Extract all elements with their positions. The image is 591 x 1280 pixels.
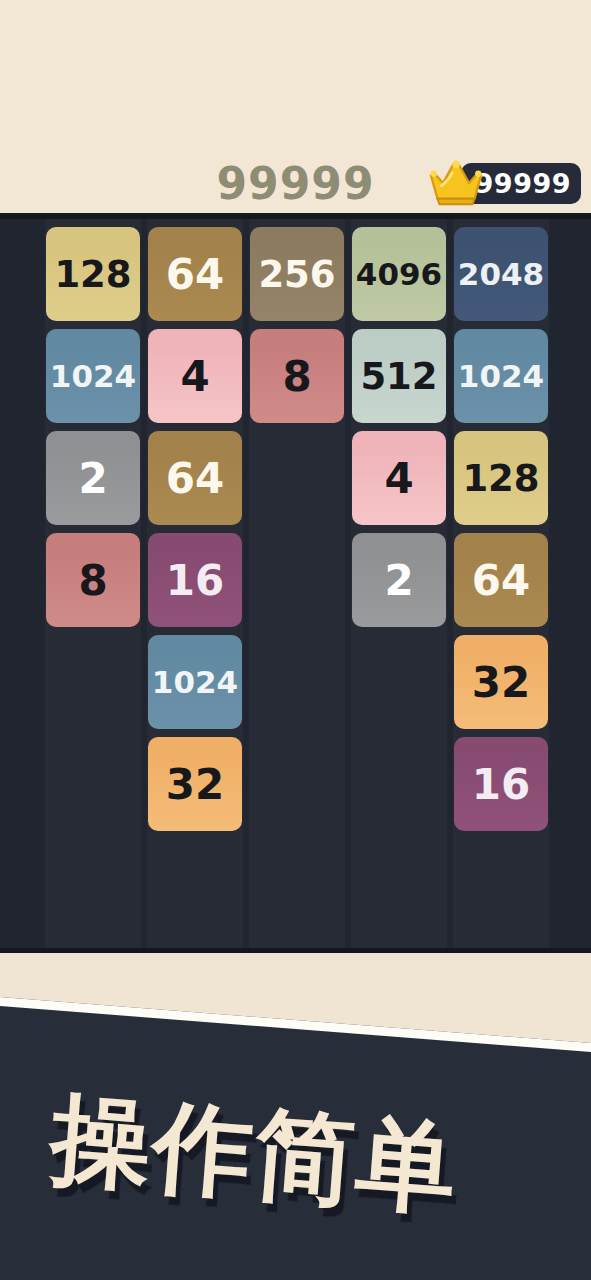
tile-128: 128 [46, 227, 140, 321]
tile-32: 32 [454, 635, 548, 729]
tile-1024: 1024 [46, 329, 140, 423]
tile-2: 2 [46, 431, 140, 525]
game-screen: 99999 99999 1286425640962048102448512102… [0, 0, 591, 1280]
promo-slogan: 操作简单 [46, 1073, 463, 1239]
crown-icon [428, 158, 484, 208]
tile-2: 2 [352, 533, 446, 627]
top-bar: 99999 99999 [0, 0, 591, 213]
best-score-value: 99999 [475, 168, 571, 199]
tile-1024: 1024 [454, 329, 548, 423]
tile-64: 64 [454, 533, 548, 627]
best-score-widget[interactable]: 99999 [428, 161, 582, 206]
tile-16: 16 [148, 533, 242, 627]
tile-16: 16 [454, 737, 548, 831]
tile-512: 512 [352, 329, 446, 423]
tile-4: 4 [352, 431, 446, 525]
tile-1024: 1024 [148, 635, 242, 729]
tile-8: 8 [46, 533, 140, 627]
tile-4096: 4096 [352, 227, 446, 321]
promo-banner: 操作简单 [0, 997, 591, 1280]
game-board: 1286425640962048102448512102426441288162… [0, 219, 591, 948]
tile-2048: 2048 [454, 227, 548, 321]
tile-64: 64 [148, 431, 242, 525]
tile-256: 256 [250, 227, 344, 321]
tile-32: 32 [148, 737, 242, 831]
tile-128: 128 [454, 431, 548, 525]
tile-4: 4 [148, 329, 242, 423]
tile-8: 8 [250, 329, 344, 423]
tile-64: 64 [148, 227, 242, 321]
